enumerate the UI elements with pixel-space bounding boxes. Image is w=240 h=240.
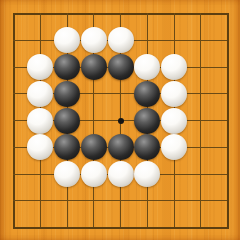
black-stone[interactable] bbox=[54, 54, 80, 80]
white-stone[interactable] bbox=[81, 27, 107, 53]
white-stone[interactable] bbox=[161, 81, 187, 107]
white-stone[interactable] bbox=[161, 108, 187, 134]
white-stone[interactable] bbox=[54, 161, 80, 187]
black-stone[interactable] bbox=[54, 134, 80, 160]
go-board[interactable] bbox=[0, 0, 240, 240]
white-stone[interactable] bbox=[27, 134, 53, 160]
goban-scene bbox=[0, 0, 240, 240]
white-stone[interactable] bbox=[134, 54, 160, 80]
white-stone[interactable] bbox=[27, 108, 53, 134]
black-stone[interactable] bbox=[54, 81, 80, 107]
black-stone[interactable] bbox=[134, 108, 160, 134]
white-stone[interactable] bbox=[108, 161, 134, 187]
white-stone[interactable] bbox=[161, 134, 187, 160]
white-stone[interactable] bbox=[108, 27, 134, 53]
white-stone[interactable] bbox=[27, 81, 53, 107]
white-stone[interactable] bbox=[54, 27, 80, 53]
black-stone[interactable] bbox=[108, 54, 134, 80]
grid-line-vertical bbox=[227, 13, 229, 229]
white-stone[interactable] bbox=[27, 54, 53, 80]
black-stone[interactable] bbox=[134, 81, 160, 107]
grid-line-horizontal bbox=[13, 227, 229, 229]
black-stone[interactable] bbox=[54, 108, 80, 134]
hoshi-point bbox=[118, 118, 124, 124]
black-stone[interactable] bbox=[81, 134, 107, 160]
black-stone[interactable] bbox=[108, 134, 134, 160]
black-stone[interactable] bbox=[81, 54, 107, 80]
grid-line-horizontal bbox=[13, 200, 228, 201]
white-stone[interactable] bbox=[161, 54, 187, 80]
white-stone[interactable] bbox=[134, 161, 160, 187]
white-stone[interactable] bbox=[81, 161, 107, 187]
grid-line-vertical bbox=[200, 13, 201, 228]
black-stone[interactable] bbox=[134, 134, 160, 160]
